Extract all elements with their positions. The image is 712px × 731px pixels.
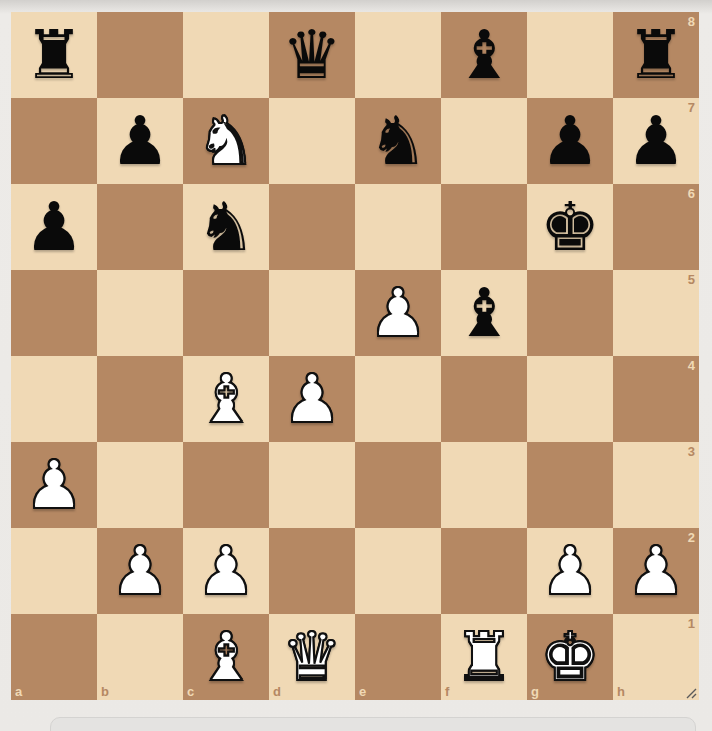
square-e4[interactable] — [355, 356, 441, 442]
square-e3[interactable] — [355, 442, 441, 528]
square-d1[interactable]: ♛d — [269, 614, 355, 700]
square-h2[interactable]: ♟2 — [613, 528, 699, 614]
rank-label-5: 5 — [688, 272, 695, 287]
square-d8[interactable]: ♛ — [269, 12, 355, 98]
square-f1[interactable]: ♜f — [441, 614, 527, 700]
piece-white-king[interactable]: ♚ — [540, 614, 600, 700]
square-g8[interactable] — [527, 12, 613, 98]
square-h7[interactable]: ♟7 — [613, 98, 699, 184]
square-c7[interactable]: ♞ — [183, 98, 269, 184]
piece-white-rook[interactable]: ♜ — [454, 614, 514, 700]
square-b6[interactable] — [97, 184, 183, 270]
square-c2[interactable]: ♟ — [183, 528, 269, 614]
square-f5[interactable]: ♝ — [441, 270, 527, 356]
piece-black-knight[interactable]: ♞ — [196, 184, 256, 270]
piece-white-bishop[interactable]: ♝ — [196, 356, 256, 442]
square-h8[interactable]: ♜8 — [613, 12, 699, 98]
square-h5[interactable]: 5 — [613, 270, 699, 356]
piece-white-knight[interactable]: ♞ — [196, 98, 256, 184]
square-c5[interactable] — [183, 270, 269, 356]
square-d7[interactable] — [269, 98, 355, 184]
square-h4[interactable]: 4 — [613, 356, 699, 442]
piece-white-bishop[interactable]: ♝ — [196, 614, 256, 700]
square-f4[interactable] — [441, 356, 527, 442]
piece-white-pawn[interactable]: ♟ — [24, 442, 84, 528]
file-label-g: g — [531, 684, 539, 699]
piece-black-knight[interactable]: ♞ — [368, 98, 428, 184]
square-b2[interactable]: ♟ — [97, 528, 183, 614]
square-c3[interactable] — [183, 442, 269, 528]
piece-white-pawn[interactable]: ♟ — [540, 528, 600, 614]
square-d4[interactable]: ♟ — [269, 356, 355, 442]
piece-black-king[interactable]: ♚ — [540, 184, 600, 270]
square-g7[interactable]: ♟ — [527, 98, 613, 184]
square-e5[interactable]: ♟ — [355, 270, 441, 356]
square-c8[interactable] — [183, 12, 269, 98]
square-g2[interactable]: ♟ — [527, 528, 613, 614]
piece-black-rook[interactable]: ♜ — [24, 12, 84, 98]
rank-label-2: 2 — [688, 530, 695, 545]
square-f3[interactable] — [441, 442, 527, 528]
piece-white-pawn[interactable]: ♟ — [196, 528, 256, 614]
square-e8[interactable] — [355, 12, 441, 98]
file-label-f: f — [445, 684, 449, 699]
square-a3[interactable]: ♟ — [11, 442, 97, 528]
file-label-c: c — [187, 684, 194, 699]
piece-black-rook[interactable]: ♜ — [626, 12, 686, 98]
piece-black-pawn[interactable]: ♟ — [24, 184, 84, 270]
piece-black-queen[interactable]: ♛ — [282, 12, 342, 98]
square-b1[interactable]: b — [97, 614, 183, 700]
piece-white-pawn[interactable]: ♟ — [282, 356, 342, 442]
square-g3[interactable] — [527, 442, 613, 528]
square-a6[interactable]: ♟ — [11, 184, 97, 270]
piece-black-pawn[interactable]: ♟ — [540, 98, 600, 184]
square-g5[interactable] — [527, 270, 613, 356]
square-a2[interactable] — [11, 528, 97, 614]
square-b7[interactable]: ♟ — [97, 98, 183, 184]
square-b5[interactable] — [97, 270, 183, 356]
square-e6[interactable] — [355, 184, 441, 270]
file-label-d: d — [273, 684, 281, 699]
piece-black-bishop[interactable]: ♝ — [454, 12, 514, 98]
square-f2[interactable] — [441, 528, 527, 614]
rank-label-1: 1 — [688, 616, 695, 631]
square-d5[interactable] — [269, 270, 355, 356]
square-b3[interactable] — [97, 442, 183, 528]
piece-black-bishop[interactable]: ♝ — [454, 270, 514, 356]
square-e1[interactable]: e — [355, 614, 441, 700]
square-a4[interactable] — [11, 356, 97, 442]
square-a1[interactable]: a — [11, 614, 97, 700]
square-g1[interactable]: ♚g — [527, 614, 613, 700]
resize-handle-icon[interactable] — [684, 686, 698, 700]
rank-label-6: 6 — [688, 186, 695, 201]
square-f7[interactable] — [441, 98, 527, 184]
rank-label-8: 8 — [688, 14, 695, 29]
file-label-b: b — [101, 684, 109, 699]
piece-white-pawn[interactable]: ♟ — [626, 528, 686, 614]
square-a5[interactable] — [11, 270, 97, 356]
square-e2[interactable] — [355, 528, 441, 614]
file-label-e: e — [359, 684, 366, 699]
bottom-panel[interactable] — [50, 717, 696, 731]
square-c1[interactable]: ♝c — [183, 614, 269, 700]
square-c4[interactable]: ♝ — [183, 356, 269, 442]
piece-white-pawn[interactable]: ♟ — [110, 528, 170, 614]
piece-white-pawn[interactable]: ♟ — [368, 270, 428, 356]
piece-black-pawn[interactable]: ♟ — [626, 98, 686, 184]
square-g4[interactable] — [527, 356, 613, 442]
square-a7[interactable] — [11, 98, 97, 184]
rank-label-3: 3 — [688, 444, 695, 459]
square-f8[interactable]: ♝ — [441, 12, 527, 98]
page: { "game": "chess", "position": "r2q1b1r/… — [0, 0, 712, 731]
square-d6[interactable] — [269, 184, 355, 270]
file-label-a: a — [15, 684, 22, 699]
square-d2[interactable] — [269, 528, 355, 614]
piece-white-queen[interactable]: ♛ — [282, 614, 342, 700]
square-b4[interactable] — [97, 356, 183, 442]
file-label-h: h — [617, 684, 625, 699]
square-f6[interactable] — [441, 184, 527, 270]
square-g6[interactable]: ♚ — [527, 184, 613, 270]
square-d3[interactable] — [269, 442, 355, 528]
square-a8[interactable]: ♜ — [11, 12, 97, 98]
square-c6[interactable]: ♞ — [183, 184, 269, 270]
rank-label-4: 4 — [688, 358, 695, 373]
square-b8[interactable] — [97, 12, 183, 98]
board: ♜♛♝♜8♟♞♞♟♟7♟♞♚6♟♝5♝♟4♟3♟♟♟♟2ab♝c♛de♜f♚g1… — [11, 12, 699, 700]
square-h6[interactable]: 6 — [613, 184, 699, 270]
square-e7[interactable]: ♞ — [355, 98, 441, 184]
square-h3[interactable]: 3 — [613, 442, 699, 528]
piece-black-pawn[interactable]: ♟ — [110, 98, 170, 184]
rank-label-7: 7 — [688, 100, 695, 115]
